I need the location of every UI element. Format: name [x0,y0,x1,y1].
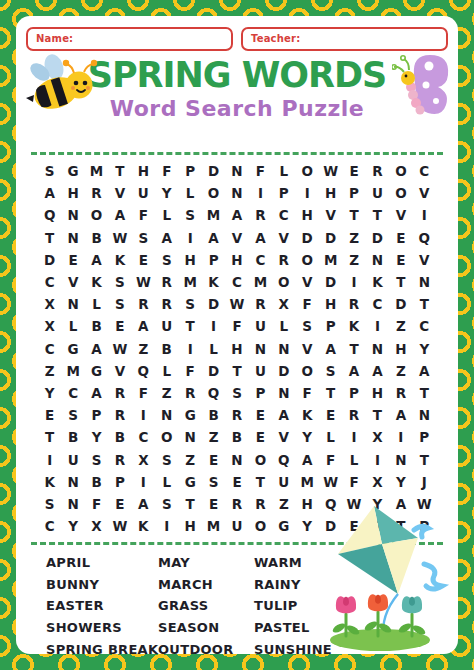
grid-cell-r14c5[interactable]: X [132,448,155,470]
grid-cell-r3c12[interactable]: H [296,204,319,226]
grid-cell-r13c9[interactable]: B [225,426,248,448]
grid-cell-r3c7[interactable]: S [178,204,201,226]
grid-cell-r7c7[interactable]: S [178,293,201,315]
grid-cell-r5c8[interactable]: P [202,249,225,271]
grid-cell-r16c7[interactable]: T [178,493,201,515]
grid-cell-r16c8[interactable]: E [202,493,225,515]
grid-cell-r11c1[interactable]: Y [38,382,61,404]
grid-cell-r7c6[interactable]: R [155,293,178,315]
grid-cell-r13c8[interactable]: Z [202,426,225,448]
grid-cell-r9c13[interactable]: A [319,338,342,360]
grid-cell-r2c9[interactable]: N [225,182,248,204]
grid-cell-r11c9[interactable]: S [225,382,248,404]
grid-cell-r4c15[interactable]: D [366,227,389,249]
grid-cell-r3c13[interactable]: V [319,204,342,226]
word-list-column-2: MAYMARCHGRASSSEASONOUTDOORGREENBEAUTIFUL [158,554,254,654]
grid-cell-r14c3[interactable]: S [85,448,108,470]
grid-cell-r11c14[interactable]: P [342,382,365,404]
grid-cell-r3c5[interactable]: F [132,204,155,226]
grid-cell-r10c4[interactable]: V [108,360,131,382]
grid-cell-r10c5[interactable]: Q [132,360,155,382]
grid-cell-r3c14[interactable]: T [342,204,365,226]
grid-cell-r2c13[interactable]: H [319,182,342,204]
grid-cell-r11c10[interactable]: P [249,382,272,404]
grid-cell-r3c3[interactable]: O [85,204,108,226]
grid-cell-r4c1[interactable]: T [38,227,61,249]
grid-cell-r12c3[interactable]: P [85,404,108,426]
grid-cell-r17c11[interactable]: G [272,515,295,537]
grid-cell-r13c15[interactable]: X [366,426,389,448]
grid-cell-r6c14[interactable]: I [342,271,365,293]
grid-cell-r10c17[interactable]: A [413,360,436,382]
grid-cell-r3c11[interactable]: C [272,204,295,226]
grid-cell-r16c12[interactable]: H [296,493,319,515]
grid-cell-r17c4[interactable]: W [108,515,131,537]
grid-cell-r11c16[interactable]: R [389,382,412,404]
grid-cell-r12c5[interactable]: I [132,404,155,426]
grid-cell-r4c17[interactable]: Q [413,227,436,249]
word-item: MARCH [158,576,254,594]
grid-cell-r13c16[interactable]: I [389,426,412,448]
grid-cell-r8c5[interactable]: A [132,315,155,337]
grid-cell-r14c9[interactable]: N [225,448,248,470]
grid-cell-r9c8[interactable]: L [202,338,225,360]
grid-cell-r6c13[interactable]: D [319,271,342,293]
grid-cell-r4c11[interactable]: V [272,227,295,249]
grid-cell-r14c16[interactable]: N [389,448,412,470]
grid-cell-r4c3[interactable]: B [85,227,108,249]
grid-cell-r8c6[interactable]: U [155,315,178,337]
grid-cell-r4c4[interactable]: W [108,227,131,249]
grid-cell-r16c10[interactable]: R [249,493,272,515]
grid-cell-r5c4[interactable]: K [108,249,131,271]
grid-cell-r15c17[interactable]: J [413,471,436,493]
grid-cell-r4c2[interactable]: N [61,227,84,249]
grid-cell-r15c7[interactable]: G [178,471,201,493]
grid-cell-r2c3[interactable]: R [85,182,108,204]
grid-cell-r17c8[interactable]: M [202,515,225,537]
grid-cell-r2c17[interactable]: V [413,182,436,204]
grid-cell-r9c10[interactable]: N [249,338,272,360]
grid-cell-r2c8[interactable]: O [202,182,225,204]
grid-cell-r9c7[interactable]: I [178,338,201,360]
grid-cell-r10c16[interactable]: Z [389,360,412,382]
grid-cell-r14c8[interactable]: E [202,448,225,470]
grid-cell-r6c4[interactable]: S [108,271,131,293]
grid-cell-r13c2[interactable]: B [61,426,84,448]
grid-cell-r3c2[interactable]: N [61,204,84,226]
grid-cell-r12c8[interactable]: B [202,404,225,426]
name-field[interactable]: Name: [26,27,233,51]
grid-cell-r10c3[interactable]: G [85,360,108,382]
grid-cell-r11c6[interactable]: Z [155,382,178,404]
teacher-field[interactable]: Teacher: [241,27,448,51]
grid-cell-r5c9[interactable]: H [225,249,248,271]
grid-cell-r6c7[interactable]: M [178,271,201,293]
grid-cell-r6c6[interactable]: R [155,271,178,293]
grid-cell-r15c14[interactable]: F [342,471,365,493]
grid-cell-r2c12[interactable]: I [296,182,319,204]
grid-cell-r9c2[interactable]: G [61,338,84,360]
grid-cell-r12c13[interactable]: E [319,404,342,426]
grid-cell-r9c5[interactable]: Z [132,338,155,360]
grid-cell-r1c16[interactable]: O [389,160,412,182]
grid-cell-r16c2[interactable]: N [61,493,84,515]
grid-cell-r14c14[interactable]: L [342,448,365,470]
grid-cell-r10c12[interactable]: O [296,360,319,382]
word-item: SPRING BREAK [46,641,158,654]
grid-cell-r9c17[interactable]: Y [413,338,436,360]
grid-cell-r16c3[interactable]: F [85,493,108,515]
bee-icon [24,53,102,117]
grid-cell-r8c15[interactable]: I [366,315,389,337]
grid-cell-r8c11[interactable]: L [272,315,295,337]
grid-cell-r5c3[interactable]: A [85,249,108,271]
word-item: EASTER [46,597,158,615]
grid-cell-r10c14[interactable]: A [342,360,365,382]
grid-cell-r16c11[interactable]: Z [272,493,295,515]
grid-cell-r12c4[interactable]: R [108,404,131,426]
grid-cell-r7c10[interactable]: R [249,293,272,315]
grid-cell-r12c11[interactable]: A [272,404,295,426]
grid-cell-r15c15[interactable]: X [366,471,389,493]
grid-cell-r7c8[interactable]: D [202,293,225,315]
grid-cell-r14c4[interactable]: R [108,448,131,470]
grid-cell-r17c3[interactable]: X [85,515,108,537]
grid-cell-r11c12[interactable]: F [296,382,319,404]
grid-cell-r8c7[interactable]: T [178,315,201,337]
grid-cell-r15c8[interactable]: S [202,471,225,493]
grid-cell-r11c7[interactable]: R [178,382,201,404]
grid-cell-r3c17[interactable]: I [413,204,436,226]
grid-cell-r6c9[interactable]: C [225,271,248,293]
grid-cell-r2c5[interactable]: U [132,182,155,204]
grid-cell-r1c4[interactable]: T [108,160,131,182]
grid-cell-r11c3[interactable]: A [85,382,108,404]
grid-cell-r5c14[interactable]: Z [342,249,365,271]
grid-cell-r10c2[interactable]: M [61,360,84,382]
grid-cell-r9c9[interactable]: H [225,338,248,360]
grid-cell-r4c6[interactable]: A [155,227,178,249]
word-item: BUNNY [46,576,158,594]
grid-cell-r9c4[interactable]: W [108,338,131,360]
grid-cell-r8c3[interactable]: B [85,315,108,337]
grid-cell-r5c2[interactable]: E [61,249,84,271]
grid-cell-r16c1[interactable]: S [38,493,61,515]
grid-cell-r15c10[interactable]: T [249,471,272,493]
grid-cell-r9c14[interactable]: T [342,338,365,360]
grid-cell-r12c16[interactable]: A [389,404,412,426]
grid-cell-r8c17[interactable]: C [413,315,436,337]
grid-cell-r17c5[interactable]: K [132,515,155,537]
grid-cell-r11c2[interactable]: C [61,382,84,404]
grid-cell-r5c17[interactable]: V [413,249,436,271]
grid-cell-r15c2[interactable]: N [61,471,84,493]
grid-cell-r6c17[interactable]: N [413,271,436,293]
grid-cell-r6c12[interactable]: V [296,271,319,293]
word-item: GRASS [158,597,254,615]
grid-cell-r7c3[interactable]: L [85,293,108,315]
title-block: SPRING WORDS Word Search Puzzle [16,55,458,147]
grid-cell-r5c16[interactable]: E [389,249,412,271]
grid-cell-r6c10[interactable]: M [249,271,272,293]
grid-cell-r1c9[interactable]: N [225,160,248,182]
grid-cell-r17c10[interactable]: O [249,515,272,537]
grid-cell-r6c5[interactable]: W [132,271,155,293]
teacher-label: Teacher: [243,29,446,44]
grid-cell-r8c10[interactable]: U [249,315,272,337]
grid-cell-r5c5[interactable]: E [132,249,155,271]
grid-cell-r14c2[interactable]: U [61,448,84,470]
grid-cell-r4c10[interactable]: A [249,227,272,249]
grid-cell-r4c7[interactable]: I [178,227,201,249]
grid-cell-r6c2[interactable]: V [61,271,84,293]
grid-cell-r15c3[interactable]: B [85,471,108,493]
grid-cell-r12c17[interactable]: N [413,404,436,426]
grid-cell-r3c15[interactable]: T [366,204,389,226]
grid-cell-r4c9[interactable]: V [225,227,248,249]
word-item: SEASON [158,619,254,637]
grid-cell-r13c12[interactable]: Y [296,426,319,448]
grid-cell-r13c14[interactable]: I [342,426,365,448]
grid-cell-r16c4[interactable]: E [108,493,131,515]
grid-cell-r7c1[interactable]: X [38,293,61,315]
grid-cell-r13c11[interactable]: V [272,426,295,448]
grid-cell-r11c13[interactable]: T [319,382,342,404]
grid-cell-r7c14[interactable]: R [342,293,365,315]
grid-cell-r15c12[interactable]: M [296,471,319,493]
grid-cell-r8c1[interactable]: X [38,315,61,337]
grid-cell-r10c7[interactable]: F [178,360,201,382]
grid-cell-r3c1[interactable]: Q [38,204,61,226]
grid-cell-r5c12[interactable]: O [296,249,319,271]
grid-cell-r3c8[interactable]: M [202,204,225,226]
grid-cell-r10c11[interactable]: D [272,360,295,382]
grid-cell-r1c7[interactable]: P [178,160,201,182]
grid-cell-r13c5[interactable]: C [132,426,155,448]
grid-cell-r16c5[interactable]: A [132,493,155,515]
grid-cell-r12c14[interactable]: R [342,404,365,426]
grid-cell-r5c11[interactable]: R [272,249,295,271]
grid-cell-r15c4[interactable]: P [108,471,131,493]
grid-cell-r13c6[interactable]: O [155,426,178,448]
grid-cell-r3c9[interactable]: A [225,204,248,226]
grid-cell-r1c6[interactable]: F [155,160,178,182]
grid-cell-r2c15[interactable]: U [366,182,389,204]
grid-cell-r4c14[interactable]: Z [342,227,365,249]
top-divider [31,152,443,155]
name-label: Name: [28,29,231,44]
grid-cell-r12c1[interactable]: E [38,404,61,426]
grid-cell-r2c16[interactable]: O [389,182,412,204]
grid-cell-r10c6[interactable]: L [155,360,178,382]
grid-cell-r6c15[interactable]: K [366,271,389,293]
grid-cell-r7c15[interactable]: C [366,293,389,315]
grid-cell-r9c1[interactable]: C [38,338,61,360]
grid-cell-r1c2[interactable]: G [61,160,84,182]
grid-cell-r6c8[interactable]: K [202,271,225,293]
grid-cell-r8c8[interactable]: I [202,315,225,337]
grid-cell-r14c13[interactable]: F [319,448,342,470]
grid-cell-r1c12[interactable]: O [296,160,319,182]
grid-cell-r14c17[interactable]: T [413,448,436,470]
grid-cell-r11c5[interactable]: F [132,382,155,404]
grid-cell-r10c13[interactable]: S [319,360,342,382]
grid-cell-r7c13[interactable]: H [319,293,342,315]
grid-cell-r15c11[interactable]: U [272,471,295,493]
grid-cell-r1c10[interactable]: F [249,160,272,182]
grid-cell-r17c7[interactable]: H [178,515,201,537]
grid-cell-r7c12[interactable]: F [296,293,319,315]
grid-cell-r1c14[interactable]: E [342,160,365,182]
grid-cell-r11c4[interactable]: R [108,382,131,404]
grid-cell-r8c9[interactable]: F [225,315,248,337]
grid-cell-r14c12[interactable]: A [296,448,319,470]
grid-cell-r15c16[interactable]: Y [389,471,412,493]
grid-cell-r12c7[interactable]: G [178,404,201,426]
grid-cell-r14c1[interactable]: I [38,448,61,470]
grid-cell-r5c7[interactable]: H [178,249,201,271]
grid-cell-r13c10[interactable]: E [249,426,272,448]
grid-cell-r3c10[interactable]: R [249,204,272,226]
grid-cell-r7c16[interactable]: D [389,293,412,315]
grid-cell-r5c1[interactable]: D [38,249,61,271]
grid-cell-r11c11[interactable]: N [272,382,295,404]
word-item: OUTDOOR [158,641,254,654]
grid-cell-r6c16[interactable]: T [389,271,412,293]
grid-cell-r1c3[interactable]: M [85,160,108,182]
grid-cell-r12c15[interactable]: T [366,404,389,426]
grid-cell-r7c4[interactable]: S [108,293,131,315]
grid-cell-r13c3[interactable]: Y [85,426,108,448]
word-item: SHOWERS [46,619,158,637]
grid-cell-r2c14[interactable]: P [342,182,365,204]
grid-cell-r10c1[interactable]: Z [38,360,61,382]
grid-cell-r4c5[interactable]: S [132,227,155,249]
grid-cell-r1c17[interactable]: C [413,160,436,182]
grid-cell-r2c6[interactable]: Y [155,182,178,204]
grid-cell-r8c12[interactable]: S [296,315,319,337]
grid-cell-r3c16[interactable]: V [389,204,412,226]
word-list-column-1: APRILBUNNYEASTERSHOWERSSPRING BREAKKITEB… [46,554,158,654]
grid-cell-r6c1[interactable]: C [38,271,61,293]
grid-cell-r11c17[interactable]: T [413,382,436,404]
grid-cell-r2c10[interactable]: I [249,182,272,204]
grid-cell-r8c16[interactable]: Z [389,315,412,337]
grid-cell-r12c12[interactable]: K [296,404,319,426]
grid-cell-r4c12[interactable]: D [296,227,319,249]
grid-cell-r2c7[interactable]: L [178,182,201,204]
grid-cell-r8c4[interactable]: E [108,315,131,337]
grid-cell-r15c5[interactable]: I [132,471,155,493]
grid-cell-r1c11[interactable]: L [272,160,295,182]
grid-cell-r7c9[interactable]: W [225,293,248,315]
grid-cell-r6c3[interactable]: K [85,271,108,293]
grid-cell-r15c9[interactable]: E [225,471,248,493]
word-grid: SGMTHFPDNFLOWEROCAHRVUYLONIPIHPUOVQNOAFL… [38,160,436,537]
grid-cell-r15c6[interactable]: L [155,471,178,493]
grid-cell-r13c1[interactable]: T [38,426,61,448]
grid-cell-r9c12[interactable]: V [296,338,319,360]
grid-cell-r7c11[interactable]: X [272,293,295,315]
grid-cell-r14c11[interactable]: Q [272,448,295,470]
grid-cell-r13c7[interactable]: N [178,426,201,448]
grid-cell-r9c15[interactable]: N [366,338,389,360]
grid-cell-r13c17[interactable]: P [413,426,436,448]
grid-cell-r11c8[interactable]: Q [202,382,225,404]
grid-cell-r1c13[interactable]: W [319,160,342,182]
grid-cell-r2c11[interactable]: P [272,182,295,204]
grid-cell-r2c1[interactable]: A [38,182,61,204]
grid-cell-r12c2[interactable]: S [61,404,84,426]
grid-cell-r7c5[interactable]: R [132,293,155,315]
grid-cell-r3c6[interactable]: L [155,204,178,226]
worksheet-card: Name: Teacher: SPRING WORDS Word Search … [16,16,458,654]
grid-cell-r16c9[interactable]: R [225,493,248,515]
grid-cell-r12c10[interactable]: E [249,404,272,426]
grid-cell-r11c15[interactable]: H [366,382,389,404]
grid-cell-r13c13[interactable]: L [319,426,342,448]
grid-cell-r17c6[interactable]: I [155,515,178,537]
grid-cell-r1c8[interactable]: D [202,160,225,182]
grid-cell-r17c2[interactable]: Y [61,515,84,537]
grid-cell-r12c9[interactable]: R [225,404,248,426]
grid-cell-r9c11[interactable]: N [272,338,295,360]
grid-cell-r13c4[interactable]: B [108,426,131,448]
grid-cell-r7c17[interactable]: T [413,293,436,315]
grid-cell-r4c8[interactable]: A [202,227,225,249]
grid-cell-r1c5[interactable]: H [132,160,155,182]
grid-cell-r9c3[interactable]: A [85,338,108,360]
grid-cell-r12c6[interactable]: N [155,404,178,426]
grid-cell-r17c9[interactable]: U [225,515,248,537]
grid-cell-r10c9[interactable]: T [225,360,248,382]
grid-cell-r5c10[interactable]: C [249,249,272,271]
grid-cell-r1c15[interactable]: R [366,160,389,182]
grid-cell-r9c16[interactable]: H [389,338,412,360]
grid-cell-r4c13[interactable]: D [319,227,342,249]
grid-cell-r14c15[interactable]: I [366,448,389,470]
grid-cell-r15c13[interactable]: W [319,471,342,493]
grid-cell-r3c4[interactable]: A [108,204,131,226]
grid-cell-r9c6[interactable]: B [155,338,178,360]
grid-cell-r1c1[interactable]: S [38,160,61,182]
grid-cell-r5c13[interactable]: M [319,249,342,271]
grid-cell-r10c10[interactable]: U [249,360,272,382]
grid-cell-r8c13[interactable]: P [319,315,342,337]
grid-cell-r16c6[interactable]: S [155,493,178,515]
grid-cell-r14c7[interactable]: Z [178,448,201,470]
grid-cell-r14c10[interactable]: O [249,448,272,470]
grid-cell-r4c16[interactable]: E [389,227,412,249]
grid-cell-r17c12[interactable]: Y [296,515,319,537]
grid-cell-r10c8[interactable]: D [202,360,225,382]
grid-cell-r8c14[interactable]: K [342,315,365,337]
grid-cell-r15c1[interactable]: K [38,471,61,493]
grid-cell-r6c11[interactable]: O [272,271,295,293]
grid-cell-r2c2[interactable]: H [61,182,84,204]
grid-cell-r8c2[interactable]: L [61,315,84,337]
grid-cell-r2c4[interactable]: V [108,182,131,204]
grid-cell-r5c6[interactable]: S [155,249,178,271]
butterfly-icon [392,49,456,123]
grid-cell-r5c15[interactable]: N [366,249,389,271]
grid-cell-r17c1[interactable]: C [38,515,61,537]
grid-cell-r14c6[interactable]: S [155,448,178,470]
word-item: APRIL [46,554,158,572]
grid-cell-r7c2[interactable]: N [61,293,84,315]
grid-cell-r10c15[interactable]: A [366,360,389,382]
